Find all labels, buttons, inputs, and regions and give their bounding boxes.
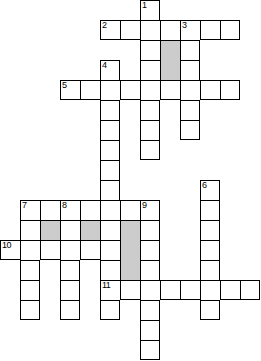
- crossword-cell[interactable]: [200, 220, 220, 240]
- crossword-cell[interactable]: 3: [180, 20, 200, 40]
- crossword-cell[interactable]: 4: [100, 60, 120, 80]
- crossword-cell[interactable]: 7: [20, 200, 40, 220]
- crossword-cell[interactable]: [140, 20, 160, 40]
- shaded-cell[interactable]: [160, 40, 180, 80]
- crossword-cell[interactable]: [60, 280, 80, 300]
- crossword-cell[interactable]: [180, 60, 200, 80]
- clue-number: 9: [142, 201, 147, 210]
- crossword-cell[interactable]: [40, 200, 60, 220]
- shaded-cell[interactable]: [40, 220, 60, 240]
- crossword-cell[interactable]: [100, 260, 120, 280]
- crossword-cell[interactable]: [140, 220, 160, 240]
- crossword-grid: 1234567891011: [0, 0, 260, 360]
- clue-number: 10: [2, 241, 11, 250]
- crossword-cell[interactable]: [80, 80, 100, 100]
- crossword-cell[interactable]: 9: [140, 200, 160, 220]
- crossword-cell[interactable]: [140, 260, 160, 280]
- crossword-cell[interactable]: [140, 240, 160, 260]
- clue-number: 11: [102, 281, 110, 290]
- crossword-cell[interactable]: [180, 120, 200, 140]
- crossword-cell[interactable]: [220, 280, 240, 300]
- crossword-cell[interactable]: [160, 280, 180, 300]
- crossword-cell[interactable]: [20, 260, 40, 280]
- crossword-cell[interactable]: [80, 200, 100, 220]
- crossword-cell[interactable]: [160, 20, 180, 40]
- crossword-cell[interactable]: [140, 40, 160, 60]
- crossword-cell[interactable]: [120, 280, 140, 300]
- clue-number: 7: [22, 201, 27, 210]
- crossword-cell[interactable]: [120, 200, 140, 220]
- crossword-cell[interactable]: [200, 260, 220, 280]
- clue-number: 2: [102, 21, 107, 30]
- crossword-cell[interactable]: [60, 260, 80, 280]
- crossword-cell[interactable]: [140, 140, 160, 160]
- crossword-cell[interactable]: [140, 300, 160, 320]
- crossword-cell[interactable]: [140, 320, 160, 340]
- crossword-cell[interactable]: [60, 220, 80, 240]
- crossword-cell[interactable]: 10: [0, 240, 20, 260]
- crossword-cell[interactable]: [200, 240, 220, 260]
- crossword-cell[interactable]: 5: [60, 80, 80, 100]
- crossword-cell[interactable]: [140, 60, 160, 80]
- crossword-cell[interactable]: [100, 180, 120, 200]
- crossword-cell[interactable]: [100, 240, 120, 260]
- crossword-cell[interactable]: 1: [140, 0, 160, 20]
- shaded-cell[interactable]: [120, 220, 140, 280]
- crossword-cell[interactable]: [140, 80, 160, 100]
- crossword-page: 1234567891011: [0, 0, 261, 361]
- crossword-cell[interactable]: [200, 20, 220, 40]
- crossword-cell[interactable]: [20, 300, 40, 320]
- crossword-cell[interactable]: [60, 240, 80, 260]
- crossword-cell[interactable]: [80, 240, 100, 260]
- crossword-cell[interactable]: 8: [60, 200, 80, 220]
- clue-number: 3: [182, 21, 187, 30]
- crossword-cell[interactable]: [100, 100, 120, 120]
- clue-number: 8: [62, 201, 67, 210]
- clue-number: 6: [202, 181, 207, 190]
- clue-number: 1: [142, 1, 147, 10]
- crossword-cell[interactable]: [200, 200, 220, 220]
- crossword-cell[interactable]: [200, 300, 220, 320]
- crossword-cell[interactable]: 6: [200, 180, 220, 200]
- crossword-cell[interactable]: [140, 340, 160, 360]
- crossword-cell[interactable]: [100, 140, 120, 160]
- crossword-cell[interactable]: [20, 220, 40, 240]
- crossword-cell[interactable]: [240, 280, 260, 300]
- crossword-cell[interactable]: [140, 100, 160, 120]
- crossword-cell[interactable]: [100, 80, 120, 100]
- crossword-cell[interactable]: [100, 220, 120, 240]
- crossword-cell[interactable]: [220, 20, 240, 40]
- crossword-cell[interactable]: [100, 160, 120, 180]
- crossword-cell[interactable]: [200, 280, 220, 300]
- crossword-cell[interactable]: 11: [100, 280, 120, 300]
- crossword-cell[interactable]: [40, 240, 60, 260]
- crossword-cell[interactable]: 2: [100, 20, 120, 40]
- crossword-cell[interactable]: [100, 120, 120, 140]
- crossword-cell[interactable]: [200, 80, 220, 100]
- crossword-cell[interactable]: [160, 80, 180, 100]
- crossword-cell[interactable]: [120, 20, 140, 40]
- crossword-cell[interactable]: [20, 240, 40, 260]
- crossword-cell[interactable]: [220, 80, 240, 100]
- crossword-cell[interactable]: [60, 300, 80, 320]
- shaded-cell[interactable]: [80, 220, 100, 240]
- crossword-cell[interactable]: [180, 40, 200, 60]
- crossword-cell[interactable]: [20, 280, 40, 300]
- crossword-cell[interactable]: [140, 280, 160, 300]
- clue-number: 4: [102, 61, 107, 70]
- crossword-cell[interactable]: [180, 280, 200, 300]
- crossword-cell[interactable]: [100, 200, 120, 220]
- crossword-cell[interactable]: [140, 120, 160, 140]
- crossword-cell[interactable]: [120, 80, 140, 100]
- crossword-cell[interactable]: [180, 80, 200, 100]
- crossword-cell[interactable]: [180, 100, 200, 120]
- clue-number: 5: [62, 81, 67, 90]
- crossword-cell[interactable]: [100, 300, 120, 320]
